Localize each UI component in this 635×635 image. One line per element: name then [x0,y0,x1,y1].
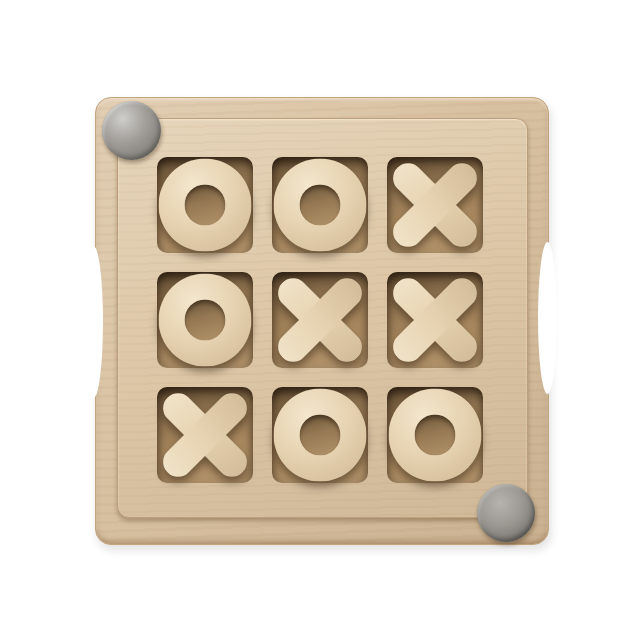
piece-o-hole [415,415,456,456]
left-finger-notch [84,246,103,398]
board-grid [157,157,483,483]
piece-x[interactable] [385,270,485,370]
magnet-bottom-right [477,484,535,542]
cell-r2c1[interactable] [157,272,253,368]
piece-o[interactable] [389,389,482,482]
piece-x[interactable] [155,385,255,485]
product-photo [0,0,635,635]
cell-r2c2[interactable] [272,272,368,368]
piece-o-hole [300,415,341,456]
cell-r1c3[interactable] [387,157,483,253]
piece-o[interactable] [274,389,367,482]
right-finger-notch [538,242,557,394]
piece-o-hole [185,185,226,226]
piece-o[interactable] [159,159,252,252]
piece-o[interactable] [159,274,252,367]
cell-r1c2[interactable] [272,157,368,253]
cell-r2c3[interactable] [387,272,483,368]
cell-r3c3[interactable] [387,387,483,483]
piece-o[interactable] [274,159,367,252]
piece-x[interactable] [270,270,370,370]
piece-o-hole [185,300,226,341]
piece-x[interactable] [385,155,485,255]
cell-r3c1[interactable] [157,387,253,483]
magnet-top-left [102,101,161,160]
cell-r3c2[interactable] [272,387,368,483]
cell-r1c1[interactable] [157,157,253,253]
piece-o-hole [300,185,341,226]
